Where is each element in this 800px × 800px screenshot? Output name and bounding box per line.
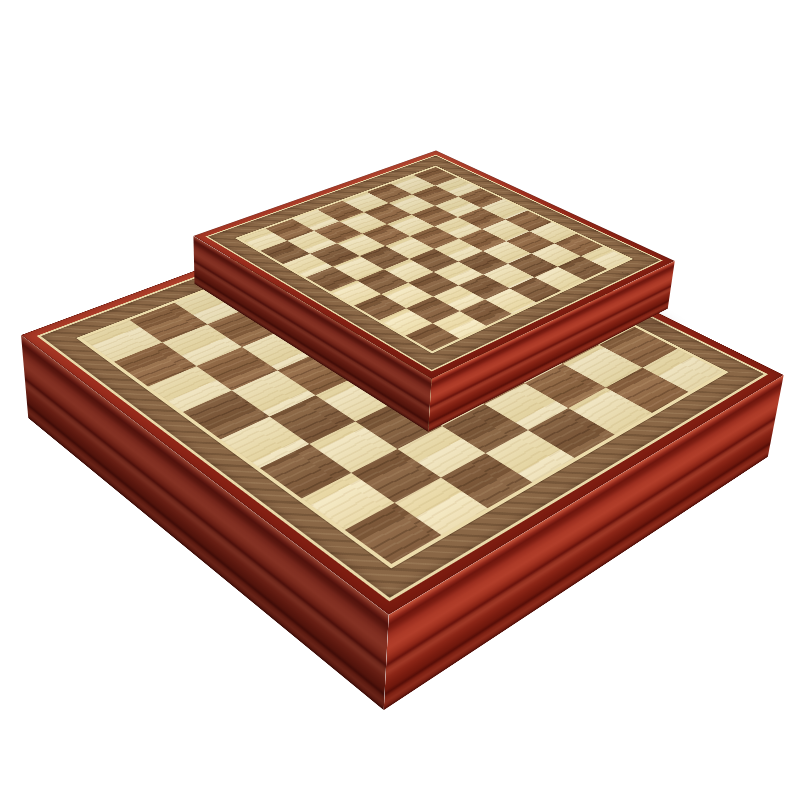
product-photo-stage: Product photo of two empty wooden chess … (0, 0, 800, 800)
square-r7c7-dark (405, 323, 459, 351)
maker-mark: ∽ (620, 270, 628, 276)
square-r6c7-light (433, 311, 486, 338)
square-r7c6-light (379, 308, 432, 335)
top-board-layer: ∽ (0, 0, 800, 800)
square-r6c6-dark (407, 297, 460, 323)
camera-tilt: ∽ (0, 0, 800, 800)
chessboard-small-top: ∽ (193, 150, 674, 379)
square-r5c7-dark (459, 299, 512, 325)
square-r7c5-dark (354, 294, 407, 320)
board-top-face-small: ∽ (193, 150, 674, 379)
